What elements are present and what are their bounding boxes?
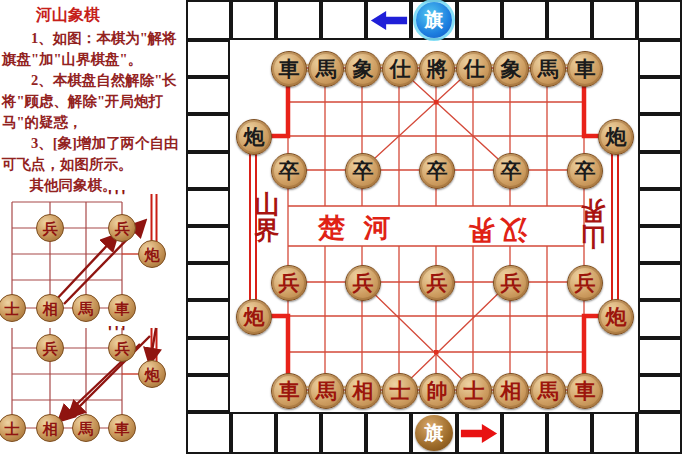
svg-text:馬: 馬 (78, 301, 94, 317)
piece-black-卒[interactable]: 卒 (567, 153, 603, 189)
mini-piece-相[interactable]: 相 (37, 295, 64, 322)
piece-black-卒[interactable]: 卒 (419, 153, 455, 189)
track-cell[interactable] (638, 40, 682, 77)
track-cell[interactable] (638, 189, 682, 226)
track-cell[interactable] (366, 0, 411, 40)
piece-black-仕[interactable]: 仕 (456, 51, 492, 87)
flag-track-bottom: 旗 (186, 412, 682, 454)
piece-black-卒[interactable]: 卒 (493, 153, 529, 189)
piece-red-士[interactable]: 士 (456, 373, 492, 409)
track-cell[interactable] (638, 77, 682, 114)
track-cell[interactable] (186, 77, 230, 114)
mini-piece-馬[interactable]: 馬 (73, 295, 100, 322)
track-cell[interactable] (637, 412, 682, 454)
track-cell[interactable] (637, 0, 682, 40)
track-cell[interactable] (638, 114, 682, 151)
intro-paragraph-1: 1、如图：本棋为"解将旗盘"加"山界棋盘"。 (2, 28, 184, 70)
piece-black-馬[interactable]: 馬 (530, 51, 566, 87)
piece-black-象[interactable]: 象 (493, 51, 529, 87)
page-title: 河山象棋 (36, 5, 186, 26)
piece-black-卒[interactable]: 卒 (345, 153, 381, 189)
piece-black-卒[interactable]: 卒 (271, 153, 307, 189)
svg-text:相: 相 (42, 421, 58, 437)
svg-text:炮: 炮 (144, 247, 161, 263)
track-cell[interactable] (502, 0, 547, 40)
track-cell[interactable] (186, 0, 231, 40)
svg-text:士: 士 (4, 301, 20, 317)
piece-red-馬[interactable]: 馬 (308, 373, 344, 409)
track-cell[interactable] (186, 338, 230, 375)
mini-piece-炮[interactable]: 炮 (139, 241, 166, 268)
piece-black-車[interactable]: 車 (271, 51, 307, 87)
flag-track-right (638, 40, 682, 412)
svg-text:兵: 兵 (43, 340, 59, 357)
track-cell[interactable] (231, 412, 276, 454)
piece-black-象[interactable]: 象 (345, 51, 381, 87)
elephant-flight-arrow (54, 236, 116, 302)
track-cell[interactable] (321, 412, 366, 454)
board: 楚 河 汉界 山界 山界 旗 旗 車馬象仕將仕象馬車卒卒卒卒卒兵兵兵兵兵車馬相士… (186, 0, 682, 454)
track-cell[interactable] (186, 152, 230, 189)
piece-red-馬[interactable]: 馬 (530, 373, 566, 409)
piece-red-相[interactable]: 相 (493, 373, 529, 409)
piece-red-車[interactable]: 車 (567, 373, 603, 409)
mini-piece-車[interactable]: 車 (109, 295, 136, 322)
piece-red-帥[interactable]: 帥 (419, 373, 455, 409)
piece-red-相[interactable]: 相 (345, 373, 381, 409)
svg-text:炮: 炮 (144, 367, 161, 383)
svg-text:車: 車 (114, 421, 130, 437)
piece-black-車[interactable]: 車 (567, 51, 603, 87)
piece-black-將[interactable]: 將 (419, 51, 455, 87)
tick-marks: ''' (108, 188, 128, 205)
track-cell[interactable] (457, 412, 502, 454)
mini-piece-兵[interactable]: 兵 (109, 335, 136, 362)
flag-track-left (186, 40, 230, 412)
svg-text:相: 相 (42, 301, 58, 317)
track-cell[interactable] (457, 0, 502, 40)
flag-track-top: 旗 (186, 0, 682, 40)
track-cell[interactable] (276, 0, 321, 40)
mini-diagram-elephant-back: '''兵兵炮士相馬車 (4, 328, 168, 452)
piece-red-兵[interactable]: 兵 (271, 265, 307, 301)
track-cell[interactable] (186, 300, 230, 337)
track-cell[interactable] (186, 114, 230, 151)
mini-piece-兵[interactable]: 兵 (37, 335, 64, 362)
mini-piece-士[interactable]: 士 (0, 295, 26, 322)
track-cell[interactable] (321, 0, 366, 40)
svg-text:馬: 馬 (78, 421, 94, 437)
track-cell[interactable] (186, 263, 230, 300)
flag-piece-top[interactable]: 旗 (416, 2, 452, 38)
track-cell[interactable] (366, 412, 411, 454)
piece-red-兵[interactable]: 兵 (493, 265, 529, 301)
intro-paragraph-3: 3、[象]增加了两个自由可飞点，如图所示。 (2, 133, 184, 175)
right-arrow-icon (459, 422, 499, 445)
river-label-chuhe: 楚 河 (318, 210, 397, 246)
river-label-hanjie: 汉界 (463, 212, 527, 248)
piece-red-車[interactable]: 車 (271, 373, 307, 409)
track-cell[interactable] (502, 412, 547, 454)
track-cell[interactable] (186, 40, 230, 77)
svg-text:兵: 兵 (43, 220, 59, 237)
track-cell[interactable] (547, 412, 592, 454)
mini-piece-炮[interactable]: 炮 (139, 361, 166, 388)
track-cell[interactable] (638, 300, 682, 337)
track-cell[interactable] (638, 338, 682, 375)
piece-red-炮[interactable]: 炮 (598, 299, 634, 335)
track-cell[interactable] (186, 412, 231, 454)
intro-paragraph-2: 2、本棋盘自然解除"长将"顾虑、解除"开局炮打马"的疑惑， (2, 70, 184, 133)
mini-piece-相[interactable]: 相 (37, 415, 64, 442)
piece-red-兵[interactable]: 兵 (419, 265, 455, 301)
mini-piece-兵[interactable]: 兵 (37, 215, 64, 242)
track-cell[interactable] (638, 152, 682, 189)
flag-piece-bottom[interactable]: 旗 (415, 415, 453, 451)
svg-text:車: 車 (114, 301, 130, 317)
mini-piece-兵[interactable]: 兵 (109, 215, 136, 242)
svg-text:兵: 兵 (115, 340, 131, 357)
track-cell[interactable] (276, 412, 321, 454)
track-cell[interactable] (186, 375, 230, 412)
piece-red-兵[interactable]: 兵 (567, 265, 603, 301)
track-cell[interactable] (638, 263, 682, 300)
track-cell[interactable] (547, 0, 592, 40)
piece-black-炮[interactable]: 炮 (598, 119, 634, 155)
track-cell[interactable]: 旗 (411, 0, 456, 40)
mini-piece-馬[interactable]: 馬 (73, 415, 100, 442)
track-cell[interactable] (231, 0, 276, 40)
piece-black-炮[interactable]: 炮 (236, 119, 272, 155)
piece-red-炮[interactable]: 炮 (236, 299, 272, 335)
track-cell[interactable] (638, 226, 682, 263)
intro-panel: 河山象棋 1、如图：本棋为"解将旗盘"加"山界棋盘"。 2、本棋盘自然解除"长将… (0, 0, 186, 454)
track-cell[interactable] (638, 375, 682, 412)
left-arrow-icon (369, 9, 409, 32)
mini-diagram-elephant-out: '''兵兵炮士相馬車 (4, 190, 168, 326)
piece-black-馬[interactable]: 馬 (308, 51, 344, 87)
heshan-xiangqi-page: 河山象棋 1、如图：本棋为"解将旗盘"加"山界棋盘"。 2、本棋盘自然解除"长将… (0, 0, 690, 454)
piece-red-兵[interactable]: 兵 (345, 265, 381, 301)
svg-text:兵: 兵 (115, 220, 131, 237)
piece-red-士[interactable]: 士 (382, 373, 418, 409)
mini-piece-車[interactable]: 車 (109, 415, 136, 442)
mountain-boundary-label-left: 山界 (252, 192, 282, 243)
track-cell[interactable]: 旗 (411, 412, 456, 454)
track-cell[interactable] (592, 412, 637, 454)
track-cell[interactable] (592, 0, 637, 40)
track-cell[interactable] (186, 189, 230, 226)
mini-piece-士[interactable]: 士 (0, 415, 26, 442)
piece-black-仕[interactable]: 仕 (382, 51, 418, 87)
svg-text:士: 士 (4, 421, 20, 437)
mountain-boundary-label-right: 山界 (578, 198, 608, 249)
track-cell[interactable] (186, 226, 230, 263)
